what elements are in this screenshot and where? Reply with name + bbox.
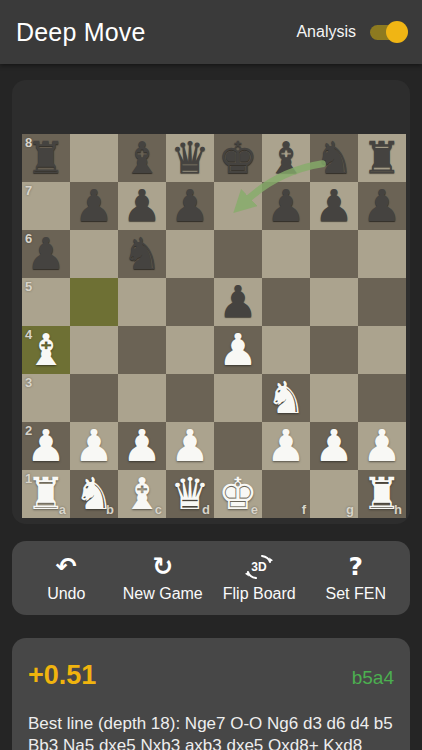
square-d4[interactable] <box>166 326 214 374</box>
square-e8[interactable]: ♚ <box>214 134 262 182</box>
black-pawn[interactable]: ♟ <box>310 182 358 230</box>
white-pawn[interactable]: ♟ <box>118 422 166 470</box>
square-b3[interactable] <box>70 374 118 422</box>
square-d3[interactable] <box>166 374 214 422</box>
black-bishop[interactable]: ♝ <box>262 134 310 182</box>
square-b8[interactable] <box>70 134 118 182</box>
white-pawn[interactable]: ♟ <box>262 422 310 470</box>
square-g5[interactable] <box>310 278 358 326</box>
square-h8[interactable]: ♜ <box>358 134 406 182</box>
square-c5[interactable] <box>118 278 166 326</box>
black-pawn[interactable]: ♟ <box>358 182 406 230</box>
black-pawn[interactable]: ♟ <box>118 182 166 230</box>
board-card: 8♜♝♛♚♝♞♜7♟♟♟♟♟♟6♟♞5♟4♝♟3♞2♟♟♟♟♟♟♟1a♜b♞c♝… <box>12 80 410 524</box>
square-c8[interactable]: ♝ <box>118 134 166 182</box>
rank-label: 7 <box>25 183 32 198</box>
white-bishop[interactable]: ♝ <box>22 326 70 374</box>
new-game-button[interactable]: ↻ New Game <box>121 541 205 615</box>
square-h7[interactable]: ♟ <box>358 182 406 230</box>
set-fen-icon: ? <box>348 553 363 581</box>
square-g8[interactable]: ♞ <box>310 134 358 182</box>
square-f5[interactable] <box>262 278 310 326</box>
white-pawn[interactable]: ♟ <box>358 422 406 470</box>
white-knight[interactable]: ♞ <box>70 470 118 518</box>
square-a5[interactable]: 5 <box>22 278 70 326</box>
white-queen[interactable]: ♛ <box>166 470 214 518</box>
white-pawn[interactable]: ♟ <box>214 326 262 374</box>
white-pawn[interactable]: ♟ <box>22 422 70 470</box>
square-c4[interactable] <box>118 326 166 374</box>
white-knight[interactable]: ♞ <box>262 374 310 422</box>
square-d7[interactable]: ♟ <box>166 182 214 230</box>
white-bishop[interactable]: ♝ <box>118 470 166 518</box>
square-d1[interactable]: d♛ <box>166 470 214 518</box>
undo-button[interactable]: ↶ Undo <box>24 541 108 615</box>
square-f4[interactable] <box>262 326 310 374</box>
square-c6[interactable]: ♞ <box>118 230 166 278</box>
chess-board[interactable]: 8♜♝♛♚♝♞♜7♟♟♟♟♟♟6♟♞5♟4♝♟3♞2♟♟♟♟♟♟♟1a♜b♞c♝… <box>22 134 406 518</box>
rank-label: 3 <box>25 375 32 390</box>
square-g7[interactable]: ♟ <box>310 182 358 230</box>
square-h2[interactable]: ♟ <box>358 422 406 470</box>
white-rook[interactable]: ♜ <box>22 470 70 518</box>
white-pawn[interactable]: ♟ <box>70 422 118 470</box>
square-e7[interactable] <box>214 182 262 230</box>
black-pawn[interactable]: ♟ <box>262 182 310 230</box>
rank-label: 5 <box>25 279 32 294</box>
new-game-icon: ↻ <box>152 553 173 581</box>
square-f1[interactable]: f <box>262 470 310 518</box>
square-g6[interactable] <box>310 230 358 278</box>
square-e5[interactable]: ♟ <box>214 278 262 326</box>
square-d8[interactable]: ♛ <box>166 134 214 182</box>
square-h5[interactable] <box>358 278 406 326</box>
black-rook[interactable]: ♜ <box>22 134 70 182</box>
app-bar: Deep Move Analysis <box>0 0 422 64</box>
square-e3[interactable] <box>214 374 262 422</box>
flip-board-icon: 3D <box>244 553 274 581</box>
square-a1[interactable]: 1a♜ <box>22 470 70 518</box>
black-pawn[interactable]: ♟ <box>22 230 70 278</box>
black-knight[interactable]: ♞ <box>118 230 166 278</box>
flip-board-button[interactable]: 3D Flip Board <box>217 541 301 615</box>
square-e2[interactable] <box>214 422 262 470</box>
analysis-label: Analysis <box>296 23 356 41</box>
square-a7[interactable]: 7 <box>22 182 70 230</box>
analysis-toggle-thumb <box>386 21 408 43</box>
controls-bar: ↶ Undo ↻ New Game 3D Flip Board ? Set FE… <box>12 541 410 615</box>
white-rook[interactable]: ♜ <box>358 470 406 518</box>
black-knight[interactable]: ♞ <box>310 134 358 182</box>
evaluation-panel: +0.51 b5a4 Best line (depth 18): Nge7 O-… <box>12 638 410 750</box>
square-c7[interactable]: ♟ <box>118 182 166 230</box>
square-e4[interactable]: ♟ <box>214 326 262 374</box>
black-bishop[interactable]: ♝ <box>118 134 166 182</box>
best-line-text: Best line (depth 18): Nge7 O-O Ng6 d3 d6… <box>28 713 394 750</box>
square-h1[interactable]: h♜ <box>358 470 406 518</box>
svg-text:3D: 3D <box>252 560 268 574</box>
evaluation-score: +0.51 <box>28 660 96 691</box>
square-g3[interactable] <box>310 374 358 422</box>
square-f7[interactable]: ♟ <box>262 182 310 230</box>
square-h4[interactable] <box>358 326 406 374</box>
black-pawn[interactable]: ♟ <box>214 278 262 326</box>
square-g4[interactable] <box>310 326 358 374</box>
square-b4[interactable] <box>70 326 118 374</box>
black-rook[interactable]: ♜ <box>358 134 406 182</box>
black-pawn[interactable]: ♟ <box>70 182 118 230</box>
black-king[interactable]: ♚ <box>214 134 262 182</box>
square-b2[interactable]: ♟ <box>70 422 118 470</box>
white-pawn[interactable]: ♟ <box>166 422 214 470</box>
white-pawn[interactable]: ♟ <box>310 422 358 470</box>
square-h3[interactable] <box>358 374 406 422</box>
app-title: Deep Move <box>16 18 146 47</box>
square-d2[interactable]: ♟ <box>166 422 214 470</box>
undo-icon: ↶ <box>56 553 77 581</box>
square-a8[interactable]: 8♜ <box>22 134 70 182</box>
set-fen-button[interactable]: ? Set FEN <box>314 541 398 615</box>
square-a6[interactable]: 6♟ <box>22 230 70 278</box>
square-b1[interactable]: b♞ <box>70 470 118 518</box>
file-label: g <box>346 502 354 517</box>
square-c1[interactable]: c♝ <box>118 470 166 518</box>
square-f6[interactable] <box>262 230 310 278</box>
square-f8[interactable]: ♝ <box>262 134 310 182</box>
black-pawn[interactable]: ♟ <box>166 182 214 230</box>
square-d6[interactable] <box>166 230 214 278</box>
square-f3[interactable]: ♞ <box>262 374 310 422</box>
square-a2[interactable]: 2♟ <box>22 422 70 470</box>
file-label: f <box>302 502 306 517</box>
square-e6[interactable] <box>214 230 262 278</box>
square-e1[interactable]: e♚ <box>214 470 262 518</box>
square-a4[interactable]: 4♝ <box>22 326 70 374</box>
analysis-control: Analysis <box>296 23 406 41</box>
square-d5[interactable] <box>166 278 214 326</box>
square-c3[interactable] <box>118 374 166 422</box>
square-a3[interactable]: 3 <box>22 374 70 422</box>
white-king[interactable]: ♚ <box>214 470 262 518</box>
square-c2[interactable]: ♟ <box>118 422 166 470</box>
engine-move: b5a4 <box>352 667 394 689</box>
square-g2[interactable]: ♟ <box>310 422 358 470</box>
square-g1[interactable]: g <box>310 470 358 518</box>
square-f2[interactable]: ♟ <box>262 422 310 470</box>
square-b6[interactable] <box>70 230 118 278</box>
black-queen[interactable]: ♛ <box>166 134 214 182</box>
square-h6[interactable] <box>358 230 406 278</box>
square-b5[interactable] <box>70 278 118 326</box>
square-b7[interactable]: ♟ <box>70 182 118 230</box>
analysis-toggle[interactable] <box>370 25 406 40</box>
